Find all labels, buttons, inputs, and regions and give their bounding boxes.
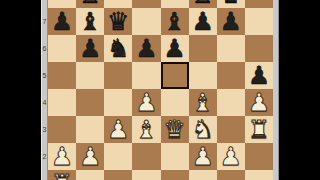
rank-label-7: 7: [41, 8, 48, 35]
square-h4[interactable]: ♟: [245, 89, 273, 116]
square-e5[interactable]: [161, 62, 189, 89]
square-d3[interactable]: ♝: [132, 116, 160, 143]
piece-white-pawn[interactable]: ♟: [132, 89, 160, 116]
piece-white-pawn[interactable]: ♟: [76, 143, 104, 170]
piece-black-pawn[interactable]: ♟: [76, 35, 104, 62]
square-c5[interactable]: [104, 62, 132, 89]
square-e6[interactable]: ♟: [161, 35, 189, 62]
square-a3[interactable]: [48, 116, 76, 143]
piece-white-rook[interactable]: ♜: [245, 116, 273, 143]
square-d5[interactable]: [132, 62, 160, 89]
piece-black-pawn[interactable]: ♟: [245, 62, 273, 89]
piece-white-pawn[interactable]: ♟: [217, 143, 245, 170]
piece-black-knight[interactable]: ♞: [104, 35, 132, 62]
piece-white-pawn[interactable]: ♟: [245, 89, 273, 116]
piece-black-queen[interactable]: ♛: [104, 8, 132, 35]
piece-white-rook[interactable]: ♜: [48, 170, 76, 180]
rank-label-4: 4: [41, 89, 48, 116]
square-e2[interactable]: [161, 143, 189, 170]
square-h8[interactable]: [245, 0, 273, 8]
rank-label-5: 5: [41, 62, 48, 89]
square-f6[interactable]: [189, 35, 217, 62]
square-h7[interactable]: [245, 8, 273, 35]
piece-white-pawn[interactable]: ♟: [104, 116, 132, 143]
square-b5[interactable]: [76, 62, 104, 89]
piece-black-pawn[interactable]: ♟: [132, 35, 160, 62]
square-e1[interactable]: [161, 170, 189, 180]
square-f7[interactable]: ♟: [189, 8, 217, 35]
square-h3[interactable]: ♜: [245, 116, 273, 143]
square-f1[interactable]: [189, 170, 217, 180]
square-b7[interactable]: ♝: [76, 8, 104, 35]
piece-black-pawn[interactable]: ♟: [161, 35, 189, 62]
rank-label-1: 1: [41, 170, 48, 180]
square-d7[interactable]: [132, 8, 160, 35]
square-g3[interactable]: [217, 116, 245, 143]
square-d1[interactable]: [132, 170, 160, 180]
square-c2[interactable]: [104, 143, 132, 170]
square-g6[interactable]: [217, 35, 245, 62]
chess-video-frame: 87654321 ♜♜♚♟♝♛♝♟♟♟♞♟♟♟♟♝♟♟♝♛♞♜♟♟♟♟♜: [0, 0, 320, 180]
square-g1[interactable]: [217, 170, 245, 180]
rank-label-2: 2: [41, 143, 48, 170]
square-g7[interactable]: ♟: [217, 8, 245, 35]
square-h1[interactable]: [245, 170, 273, 180]
piece-black-pawn[interactable]: ♟: [48, 8, 76, 35]
square-d8[interactable]: [132, 0, 160, 8]
square-a1[interactable]: ♜: [48, 170, 76, 180]
square-b1[interactable]: [76, 170, 104, 180]
square-d6[interactable]: ♟: [132, 35, 160, 62]
square-f3[interactable]: ♞: [189, 116, 217, 143]
square-h6[interactable]: [245, 35, 273, 62]
square-f5[interactable]: [189, 62, 217, 89]
piece-white-bishop[interactable]: ♝: [132, 116, 160, 143]
square-a2[interactable]: ♟: [48, 143, 76, 170]
square-c4[interactable]: [104, 89, 132, 116]
square-g5[interactable]: [217, 62, 245, 89]
square-c3[interactable]: ♟: [104, 116, 132, 143]
square-e4[interactable]: [161, 89, 189, 116]
piece-white-queen[interactable]: ♛: [161, 116, 189, 143]
square-h2[interactable]: [245, 143, 273, 170]
rank-labels: 87654321: [41, 0, 48, 180]
piece-white-bishop[interactable]: ♝: [189, 89, 217, 116]
square-b6[interactable]: ♟: [76, 35, 104, 62]
square-b2[interactable]: ♟: [76, 143, 104, 170]
square-g4[interactable]: [217, 89, 245, 116]
piece-black-bishop[interactable]: ♝: [76, 8, 104, 35]
piece-black-bishop[interactable]: ♝: [161, 8, 189, 35]
chess-board[interactable]: ♜♜♚♟♝♛♝♟♟♟♞♟♟♟♟♝♟♟♝♛♞♜♟♟♟♟♜: [48, 0, 273, 180]
piece-white-knight[interactable]: ♞: [189, 116, 217, 143]
square-a5[interactable]: [48, 62, 76, 89]
square-e3[interactable]: ♛: [161, 116, 189, 143]
square-f4[interactable]: ♝: [189, 89, 217, 116]
rank-label-8: 8: [41, 0, 48, 8]
square-d4[interactable]: ♟: [132, 89, 160, 116]
square-f2[interactable]: ♟: [189, 143, 217, 170]
square-d2[interactable]: [132, 143, 160, 170]
square-c1[interactable]: [104, 170, 132, 180]
square-a4[interactable]: [48, 89, 76, 116]
square-e7[interactable]: ♝: [161, 8, 189, 35]
square-h5[interactable]: ♟: [245, 62, 273, 89]
square-c6[interactable]: ♞: [104, 35, 132, 62]
square-a6[interactable]: [48, 35, 76, 62]
right-coordinate-strip: [272, 0, 279, 180]
square-c7[interactable]: ♛: [104, 8, 132, 35]
piece-white-pawn[interactable]: ♟: [48, 143, 76, 170]
piece-black-pawn[interactable]: ♟: [217, 8, 245, 35]
square-b4[interactable]: [76, 89, 104, 116]
square-a7[interactable]: ♟: [48, 8, 76, 35]
piece-black-pawn[interactable]: ♟: [189, 8, 217, 35]
piece-white-pawn[interactable]: ♟: [189, 143, 217, 170]
rank-label-6: 6: [41, 35, 48, 62]
square-b3[interactable]: [76, 116, 104, 143]
rank-label-3: 3: [41, 116, 48, 143]
square-g2[interactable]: ♟: [217, 143, 245, 170]
